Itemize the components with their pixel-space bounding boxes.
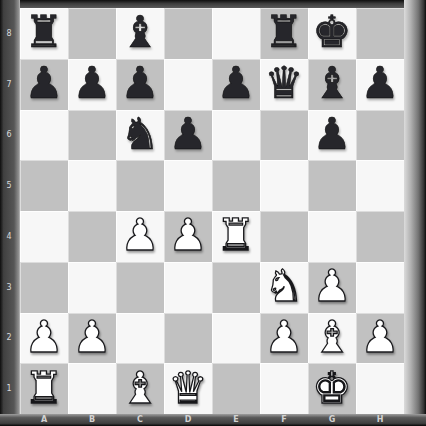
square-d8[interactable] xyxy=(164,8,212,59)
square-h5[interactable] xyxy=(356,160,404,211)
piece-black-bishop[interactable]: ♝ xyxy=(120,10,159,54)
square-d3[interactable] xyxy=(164,262,212,313)
file-label-g: G xyxy=(308,414,356,425)
file-label-a: A xyxy=(20,414,68,425)
piece-white-pawn[interactable]: ♟ xyxy=(264,315,303,359)
rank-label-7: 7 xyxy=(1,59,17,110)
square-e8[interactable] xyxy=(212,8,260,59)
square-a7[interactable]: ♟ xyxy=(20,59,68,110)
rank-label-2: 2 xyxy=(1,313,17,364)
square-d6[interactable]: ♟ xyxy=(164,110,212,161)
rank-coordinates: 87654321 xyxy=(1,8,17,414)
square-b1[interactable] xyxy=(68,363,116,414)
piece-black-rook[interactable]: ♜ xyxy=(24,10,63,54)
square-a1[interactable]: ♜ xyxy=(20,363,68,414)
piece-black-queen[interactable]: ♛ xyxy=(264,61,303,105)
square-a4[interactable] xyxy=(20,211,68,262)
square-h7[interactable]: ♟ xyxy=(356,59,404,110)
piece-white-queen[interactable]: ♛ xyxy=(168,366,207,410)
square-f4[interactable] xyxy=(260,211,308,262)
square-f5[interactable] xyxy=(260,160,308,211)
square-f6[interactable] xyxy=(260,110,308,161)
piece-black-pawn[interactable]: ♟ xyxy=(312,112,351,156)
square-a3[interactable] xyxy=(20,262,68,313)
square-h3[interactable] xyxy=(356,262,404,313)
file-label-b: B xyxy=(68,414,116,425)
square-d2[interactable] xyxy=(164,313,212,364)
square-f3[interactable]: ♞ xyxy=(260,262,308,313)
file-label-f: F xyxy=(260,414,308,425)
square-c5[interactable] xyxy=(116,160,164,211)
square-h4[interactable] xyxy=(356,211,404,262)
piece-black-knight[interactable]: ♞ xyxy=(120,112,159,156)
piece-black-pawn[interactable]: ♟ xyxy=(168,112,207,156)
square-b3[interactable] xyxy=(68,262,116,313)
piece-white-pawn[interactable]: ♟ xyxy=(360,315,399,359)
piece-white-king[interactable]: ♚ xyxy=(312,366,351,410)
square-g7[interactable]: ♝ xyxy=(308,59,356,110)
square-g2[interactable]: ♝ xyxy=(308,313,356,364)
square-a2[interactable]: ♟ xyxy=(20,313,68,364)
piece-white-knight[interactable]: ♞ xyxy=(264,264,303,308)
square-a5[interactable] xyxy=(20,160,68,211)
square-c6[interactable]: ♞ xyxy=(116,110,164,161)
square-f2[interactable]: ♟ xyxy=(260,313,308,364)
piece-white-bishop[interactable]: ♝ xyxy=(120,366,159,410)
square-d4[interactable]: ♟ xyxy=(164,211,212,262)
square-b5[interactable] xyxy=(68,160,116,211)
piece-white-pawn[interactable]: ♟ xyxy=(24,315,63,359)
piece-black-pawn[interactable]: ♟ xyxy=(120,61,159,105)
square-e6[interactable] xyxy=(212,110,260,161)
square-h1[interactable] xyxy=(356,363,404,414)
square-d1[interactable]: ♛ xyxy=(164,363,212,414)
piece-white-pawn[interactable]: ♟ xyxy=(72,315,111,359)
square-e1[interactable] xyxy=(212,363,260,414)
square-h6[interactable] xyxy=(356,110,404,161)
piece-white-bishop[interactable]: ♝ xyxy=(312,315,351,359)
chess-board: ♜♝♜♚♟♟♟♟♛♝♟♞♟♟♟♟♜♞♟♟♟♟♝♟♜♝♛♚ xyxy=(20,8,404,414)
square-e2[interactable] xyxy=(212,313,260,364)
file-label-d: D xyxy=(164,414,212,425)
file-label-c: C xyxy=(116,414,164,425)
piece-black-pawn[interactable]: ♟ xyxy=(360,61,399,105)
square-g8[interactable]: ♚ xyxy=(308,8,356,59)
square-f8[interactable]: ♜ xyxy=(260,8,308,59)
chess-board-frame: ♜♝♜♚♟♟♟♟♛♝♟♞♟♟♟♟♜♞♟♟♟♟♝♟♜♝♛♚ 87654321 AB… xyxy=(0,0,426,426)
piece-black-pawn[interactable]: ♟ xyxy=(24,61,63,105)
file-label-h: H xyxy=(356,414,404,425)
piece-white-rook[interactable]: ♜ xyxy=(24,366,63,410)
piece-black-king[interactable]: ♚ xyxy=(312,10,351,54)
file-coordinates: ABCDEFGH xyxy=(20,414,404,425)
square-e4[interactable]: ♜ xyxy=(212,211,260,262)
file-label-e: E xyxy=(212,414,260,425)
square-g5[interactable] xyxy=(308,160,356,211)
square-f1[interactable] xyxy=(260,363,308,414)
rank-label-3: 3 xyxy=(1,262,17,313)
rank-label-1: 1 xyxy=(1,363,17,414)
square-a6[interactable] xyxy=(20,110,68,161)
rank-label-5: 5 xyxy=(1,160,17,211)
square-a8[interactable]: ♜ xyxy=(20,8,68,59)
square-d5[interactable] xyxy=(164,160,212,211)
square-e3[interactable] xyxy=(212,262,260,313)
piece-white-pawn[interactable]: ♟ xyxy=(312,264,351,308)
rank-label-4: 4 xyxy=(1,211,17,262)
piece-white-pawn[interactable]: ♟ xyxy=(120,213,159,257)
square-e7[interactable]: ♟ xyxy=(212,59,260,110)
square-b4[interactable] xyxy=(68,211,116,262)
square-h2[interactable]: ♟ xyxy=(356,313,404,364)
square-c3[interactable] xyxy=(116,262,164,313)
square-f7[interactable]: ♛ xyxy=(260,59,308,110)
rank-label-8: 8 xyxy=(1,8,17,59)
square-b7[interactable]: ♟ xyxy=(68,59,116,110)
square-e5[interactable] xyxy=(212,160,260,211)
piece-white-rook[interactable]: ♜ xyxy=(216,213,255,257)
square-g4[interactable] xyxy=(308,211,356,262)
frame-right-edge xyxy=(404,0,426,426)
square-g3[interactable]: ♟ xyxy=(308,262,356,313)
square-h8[interactable] xyxy=(356,8,404,59)
square-b2[interactable]: ♟ xyxy=(68,313,116,364)
square-g6[interactable]: ♟ xyxy=(308,110,356,161)
piece-white-pawn[interactable]: ♟ xyxy=(168,213,207,257)
piece-black-pawn[interactable]: ♟ xyxy=(72,61,111,105)
square-b8[interactable] xyxy=(68,8,116,59)
piece-black-bishop[interactable]: ♝ xyxy=(312,61,351,105)
square-c1[interactable]: ♝ xyxy=(116,363,164,414)
piece-black-rook[interactable]: ♜ xyxy=(264,10,303,54)
square-c8[interactable]: ♝ xyxy=(116,8,164,59)
square-c2[interactable] xyxy=(116,313,164,364)
frame-top-edge xyxy=(0,0,426,8)
square-c4[interactable]: ♟ xyxy=(116,211,164,262)
square-g1[interactable]: ♚ xyxy=(308,363,356,414)
piece-black-pawn[interactable]: ♟ xyxy=(216,61,255,105)
square-c7[interactable]: ♟ xyxy=(116,59,164,110)
rank-label-6: 6 xyxy=(1,110,17,161)
square-d7[interactable] xyxy=(164,59,212,110)
square-b6[interactable] xyxy=(68,110,116,161)
